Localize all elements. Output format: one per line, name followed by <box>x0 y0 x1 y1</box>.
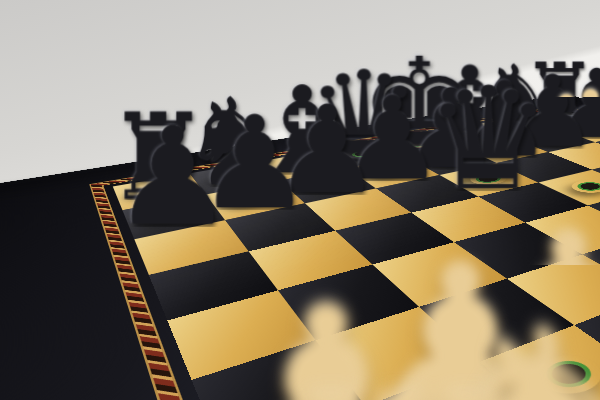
square-e5 <box>479 182 588 222</box>
piece-black-rook-a8: ♜ <box>0 0 354 190</box>
base-felt <box>483 143 526 156</box>
base-felt <box>369 164 415 179</box>
base-felt <box>280 158 324 172</box>
base-felt <box>399 138 440 150</box>
square-c2: ♟ <box>480 325 600 400</box>
base-felt <box>532 134 574 145</box>
play-area: ♜♞♝♛♚♝♞♜♟♟♟♟♟♟♟♟♛♛♟♟♟♟♟♟♟♟♜♞♝♛♚♝♞♜ <box>113 109 600 400</box>
base-felt <box>147 205 199 227</box>
square-d5 <box>411 197 525 242</box>
base-felt <box>541 114 578 123</box>
base-felt <box>450 129 490 140</box>
base-felt <box>524 349 600 400</box>
chessboard: ♜♞♝♛♚♝♞♜♟♟♟♟♟♟♟♟♛♛♟♟♟♟♟♟♟♟♜♞♝♛♚♝♞♜ <box>0 94 600 400</box>
base-felt <box>135 182 183 200</box>
base-felt <box>211 169 257 185</box>
chess-set-product-photo: ♜♞♝♛♚♝♞♜♟♟♟♟♟♟♟♟♛♛♟♟♟♟♟♟♟♟♜♞♝♛♚♝♞♜ <box>0 0 600 400</box>
piece-black-queen-d8: ♛ <box>196 0 531 154</box>
base-felt <box>230 190 280 209</box>
base-felt <box>565 178 600 195</box>
base-felt <box>303 176 351 193</box>
base-felt <box>342 147 385 160</box>
square-d4 <box>454 223 582 279</box>
base-felt <box>412 390 509 400</box>
piece-black-rook-h8: ♜ <box>419 0 600 118</box>
base-felt <box>497 121 536 131</box>
base-felt <box>577 126 600 136</box>
